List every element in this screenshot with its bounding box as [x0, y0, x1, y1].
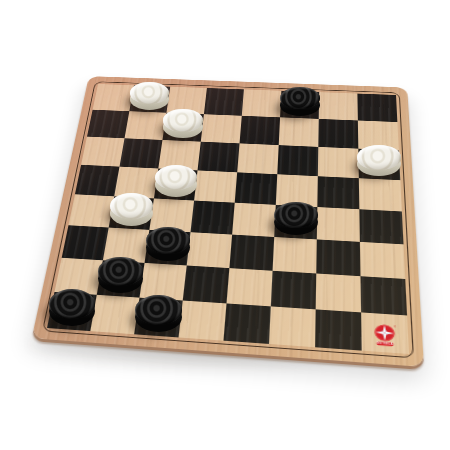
board-square-a3[interactable] — [81, 137, 124, 167]
board-square-h1[interactable] — [357, 94, 397, 123]
board-square-e5[interactable] — [232, 203, 276, 237]
board-square-d4[interactable] — [194, 170, 237, 202]
piece-top — [155, 165, 197, 190]
board-square-g3[interactable] — [318, 147, 359, 178]
checker-piece-white-h3[interactable] — [357, 145, 400, 176]
board-square-a5[interactable] — [68, 194, 114, 227]
piece-top — [130, 82, 169, 104]
board-square-d1[interactable] — [204, 88, 244, 116]
board-square-f3[interactable] — [277, 145, 318, 176]
board-square-e2[interactable] — [240, 116, 281, 145]
board-square-e7[interactable] — [227, 268, 273, 306]
board-square-d5[interactable] — [190, 201, 234, 235]
board-square-h7[interactable] — [360, 276, 407, 315]
board-square-e4[interactable] — [235, 172, 278, 205]
estrela-logo: ® ESTRELA — [373, 323, 397, 347]
board-square-h6[interactable] — [360, 242, 405, 279]
checker-piece-black-c6[interactable] — [146, 227, 190, 261]
board-square-g1[interactable] — [319, 92, 358, 120]
board-square-g4[interactable] — [317, 176, 359, 209]
checker-piece-white-b1[interactable] — [130, 82, 169, 110]
board-square-h4[interactable] — [359, 178, 402, 211]
piece-top — [274, 202, 319, 228]
board-square-a1[interactable] — [93, 84, 134, 111]
checker-piece-black-f1[interactable] — [280, 87, 321, 115]
board-square-f2[interactable] — [279, 117, 319, 147]
checker-piece-black-a8[interactable] — [49, 289, 94, 326]
board-square-g2[interactable] — [318, 119, 358, 149]
piece-top — [110, 193, 153, 219]
board-square-e3[interactable] — [237, 143, 279, 174]
board-square-d3[interactable] — [198, 142, 240, 173]
piece-top — [357, 145, 400, 169]
checker-piece-black-c8[interactable] — [135, 295, 182, 333]
board-square-b8[interactable] — [90, 295, 139, 334]
board-square-e6[interactable] — [229, 235, 274, 271]
board-square-b3[interactable] — [119, 138, 162, 168]
checker-piece-white-c2[interactable] — [163, 109, 203, 138]
board-square-g6[interactable] — [316, 239, 360, 276]
board-square-d8[interactable] — [179, 301, 227, 341]
checker-piece-white-b5[interactable] — [110, 193, 153, 226]
piece-top — [135, 295, 182, 325]
piece-top — [49, 289, 94, 319]
board-square-g5[interactable] — [317, 207, 360, 242]
board-square-e8[interactable] — [223, 303, 270, 344]
board-square-b2[interactable] — [125, 111, 167, 140]
board-square-e1[interactable] — [242, 89, 282, 117]
board-square-h5[interactable] — [359, 209, 403, 244]
board-square-a2[interactable] — [87, 110, 129, 139]
scene: ® ESTRELA — [0, 0, 450, 450]
piece-top — [146, 227, 190, 254]
playing-area — [47, 84, 409, 354]
checker-piece-white-c4[interactable] — [155, 165, 197, 196]
board-square-d2[interactable] — [201, 114, 242, 143]
board-square-f8[interactable] — [269, 306, 316, 347]
board-square-a6[interactable] — [62, 225, 109, 260]
board-square-g7[interactable] — [316, 273, 361, 312]
board-square-g8[interactable] — [315, 309, 362, 350]
checker-piece-black-b7[interactable] — [98, 257, 143, 293]
board-square-f6[interactable] — [273, 237, 317, 274]
board-square-a4[interactable] — [75, 165, 120, 197]
board-square-d6[interactable] — [187, 232, 232, 268]
board-square-f7[interactable] — [271, 271, 316, 310]
board-square-d7[interactable] — [183, 265, 230, 303]
checker-piece-black-f5[interactable] — [274, 202, 319, 235]
